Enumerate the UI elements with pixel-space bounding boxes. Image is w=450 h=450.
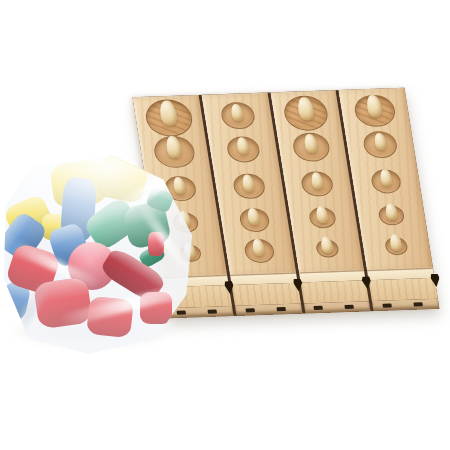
knob-cylinder-b3-r2 [304, 133, 319, 152]
block-4-base-edge [372, 299, 439, 311]
base-slot-shadow [276, 307, 286, 311]
socket-b1-r1 [143, 99, 195, 137]
block-3-base-edge [303, 301, 370, 313]
knob-cylinder-b2-r2 [236, 137, 250, 154]
base-slot-shadow [382, 303, 392, 307]
knob-cylinder-b1-r3 [173, 176, 187, 193]
socket-b3-r4 [308, 207, 337, 229]
knob-cylinder-b4-r4 [384, 203, 398, 220]
knob-cylinder-b3-r3 [310, 172, 324, 189]
socket-b2-r4 [238, 208, 271, 233]
block-4-front-face [369, 278, 438, 301]
product-photo-scene [0, 0, 450, 450]
socket-b4-r4 [378, 205, 406, 226]
socket-b2-r5 [243, 239, 276, 264]
base-slot-shadow [207, 310, 217, 314]
socket-b4-r2 [362, 131, 399, 159]
socket-b4-r3 [370, 169, 403, 194]
socket-b4-r1 [353, 94, 398, 127]
socket-b3-r5 [315, 239, 340, 258]
knob-cylinder-b2-r3 [241, 174, 255, 191]
plastic-bag [2, 156, 194, 354]
socket-b3-r3 [300, 171, 335, 197]
knob-cylinder-b1-r2 [165, 136, 182, 158]
base-slot-shadow [245, 308, 255, 312]
socket-b2-r1 [219, 102, 256, 130]
socket-b1-r2 [152, 135, 197, 168]
knob-cylinder-b3-r5 [320, 236, 334, 253]
base-slot-shadow [176, 311, 186, 315]
socket-b3-r1 [282, 95, 330, 131]
knob-cylinder-b4-r5 [389, 234, 403, 251]
knob-cylinder-b1-r1 [158, 100, 178, 125]
block-2-front-face [231, 283, 300, 306]
socket-b4-r5 [384, 237, 409, 256]
knob-cylinder-b3-r1 [296, 96, 315, 119]
knob-cylinder-b2-r1 [230, 103, 244, 120]
knob-cylinder-b3-r4 [315, 205, 329, 222]
knob-cylinder-b4-r1 [366, 95, 383, 117]
knob-cylinder-b2-r5 [252, 239, 266, 256]
base-slot-shadow [314, 306, 324, 310]
knob-cylinder-b4-r2 [373, 132, 387, 149]
handhold-notch [430, 274, 441, 287]
block-3-front-face [300, 280, 369, 303]
socket-b2-r3 [231, 173, 266, 199]
block-2-base-edge [235, 304, 302, 316]
socket-b2-r2 [225, 136, 261, 163]
knob-cylinder-b2-r4 [247, 208, 261, 225]
socket-b3-r2 [291, 132, 332, 162]
base-slot-shadow [345, 305, 355, 309]
knob-cylinder-b4-r3 [379, 169, 393, 186]
base-slot-shadow [413, 302, 423, 306]
